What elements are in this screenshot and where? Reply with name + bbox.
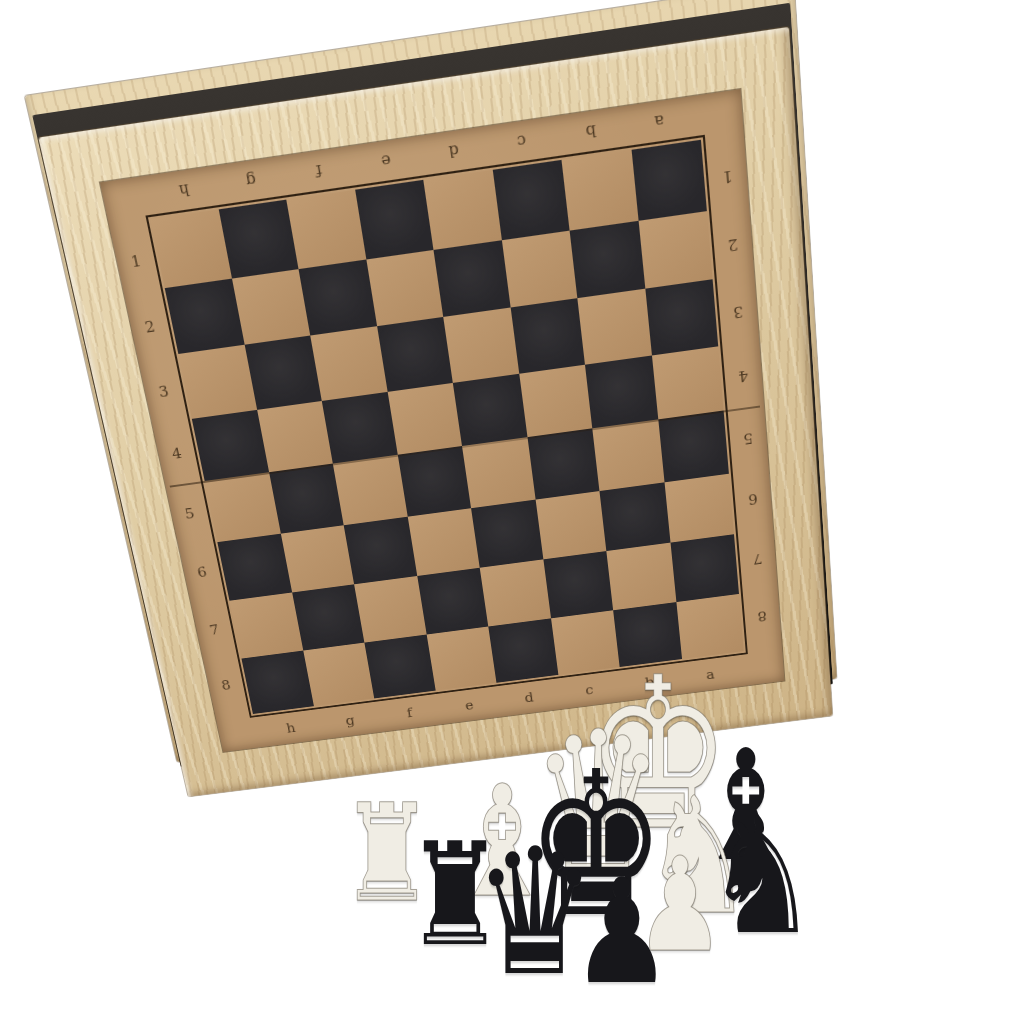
piece-black-pawn[interactable]: ♟: [571, 859, 672, 1004]
pieces-layer: ♜♜♝♛♛♚♚♟♟♞♝♞: [0, 0, 1024, 1024]
